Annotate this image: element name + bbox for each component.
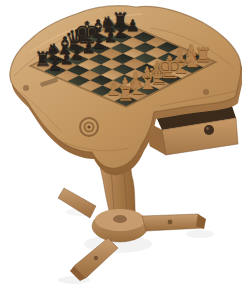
- wood-knot: [23, 85, 29, 91]
- wood-knot: [203, 89, 209, 95]
- drawer-knob: [204, 125, 214, 135]
- leg-knot: [168, 220, 173, 225]
- leg-right: [142, 214, 204, 231]
- chess-table-photo: ♜♞♝♛♚♝♞♜♟♟♟♟♟♟♟♟♟♟♟♟♟♟♟♟♜♞♝♛♚♝♞♜: [0, 0, 242, 286]
- drawer-knob-highlight: [206, 127, 209, 130]
- column-socket: [113, 215, 127, 223]
- leg-knot: [94, 256, 98, 260]
